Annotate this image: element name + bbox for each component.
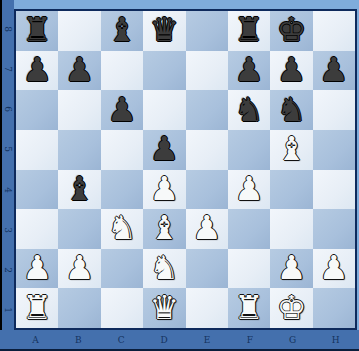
rank-label-7: 7 xyxy=(2,49,14,89)
square-e1[interactable] xyxy=(186,288,228,328)
square-e8[interactable] xyxy=(186,11,228,51)
square-f2[interactable] xyxy=(228,249,270,289)
square-d4[interactable]: ♟ xyxy=(143,170,185,210)
piece-white-pawn[interactable]: ♟ xyxy=(277,251,307,284)
chess-board: ♜♝♛♜♚♟♟♟♟♟♟♞♞♟♝♝♟♟♞♝♟♟♟♞♟♟♜♛♜♚ xyxy=(14,9,357,330)
square-f8[interactable]: ♜ xyxy=(228,11,270,51)
piece-white-pawn[interactable]: ♟ xyxy=(65,251,95,284)
square-g4[interactable] xyxy=(270,170,312,210)
square-b8[interactable] xyxy=(58,11,100,51)
piece-black-knight[interactable]: ♞ xyxy=(277,93,307,126)
square-d6[interactable] xyxy=(143,90,185,130)
square-a4[interactable] xyxy=(16,170,58,210)
file-label-a: A xyxy=(14,332,57,347)
piece-white-bishop[interactable]: ♝ xyxy=(150,211,180,244)
square-h6[interactable] xyxy=(313,90,355,130)
file-label-g: G xyxy=(271,332,314,347)
piece-black-pawn[interactable]: ♟ xyxy=(65,53,95,86)
square-h4[interactable] xyxy=(313,170,355,210)
square-d1[interactable]: ♛ xyxy=(143,288,185,328)
piece-white-knight[interactable]: ♞ xyxy=(107,211,137,244)
file-label-f: F xyxy=(228,332,271,347)
square-h8[interactable] xyxy=(313,11,355,51)
piece-black-rook[interactable]: ♜ xyxy=(234,13,264,46)
piece-black-pawn[interactable]: ♟ xyxy=(319,53,349,86)
square-b2[interactable]: ♟ xyxy=(58,249,100,289)
piece-black-king[interactable]: ♚ xyxy=(277,13,307,46)
square-f3[interactable] xyxy=(228,209,270,249)
file-label-b: B xyxy=(57,332,100,347)
piece-black-pawn[interactable]: ♟ xyxy=(150,132,180,165)
piece-black-queen[interactable]: ♛ xyxy=(150,13,180,46)
square-a7[interactable]: ♟ xyxy=(16,51,58,91)
square-a3[interactable] xyxy=(16,209,58,249)
square-f1[interactable]: ♜ xyxy=(228,288,270,328)
square-h5[interactable] xyxy=(313,130,355,170)
square-c2[interactable] xyxy=(101,249,143,289)
rank-labels: 87654321 xyxy=(2,9,14,330)
square-g7[interactable]: ♟ xyxy=(270,51,312,91)
rank-label-8: 8 xyxy=(2,9,14,49)
square-b3[interactable] xyxy=(58,209,100,249)
square-b7[interactable]: ♟ xyxy=(58,51,100,91)
square-f5[interactable] xyxy=(228,130,270,170)
square-h3[interactable] xyxy=(313,209,355,249)
rank-label-3: 3 xyxy=(2,210,14,250)
square-e5[interactable] xyxy=(186,130,228,170)
piece-white-bishop[interactable]: ♝ xyxy=(277,132,307,165)
piece-white-pawn[interactable]: ♟ xyxy=(234,172,264,205)
square-c5[interactable] xyxy=(101,130,143,170)
file-label-d: D xyxy=(143,332,186,347)
square-d5[interactable]: ♟ xyxy=(143,130,185,170)
piece-white-rook[interactable]: ♜ xyxy=(234,291,264,324)
piece-white-king[interactable]: ♚ xyxy=(277,291,307,324)
square-g8[interactable]: ♚ xyxy=(270,11,312,51)
square-b4[interactable]: ♝ xyxy=(58,170,100,210)
square-c8[interactable]: ♝ xyxy=(101,11,143,51)
square-a2[interactable]: ♟ xyxy=(16,249,58,289)
square-d8[interactable]: ♛ xyxy=(143,11,185,51)
square-a1[interactable]: ♜ xyxy=(16,288,58,328)
piece-white-pawn[interactable]: ♟ xyxy=(319,251,349,284)
square-e6[interactable] xyxy=(186,90,228,130)
file-label-c: C xyxy=(100,332,143,347)
square-e7[interactable] xyxy=(186,51,228,91)
square-d3[interactable]: ♝ xyxy=(143,209,185,249)
piece-white-pawn[interactable]: ♟ xyxy=(192,211,222,244)
rank-label-6: 6 xyxy=(2,89,14,129)
square-e2[interactable] xyxy=(186,249,228,289)
square-g5[interactable]: ♝ xyxy=(270,130,312,170)
square-b1[interactable] xyxy=(58,288,100,328)
square-c7[interactable] xyxy=(101,51,143,91)
piece-black-knight[interactable]: ♞ xyxy=(234,93,264,126)
square-e4[interactable] xyxy=(186,170,228,210)
square-a8[interactable]: ♜ xyxy=(16,11,58,51)
rank-label-1: 1 xyxy=(2,290,14,330)
square-e3[interactable]: ♟ xyxy=(186,209,228,249)
square-c1[interactable] xyxy=(101,288,143,328)
square-f4[interactable]: ♟ xyxy=(228,170,270,210)
piece-white-pawn[interactable]: ♟ xyxy=(22,251,52,284)
square-g2[interactable]: ♟ xyxy=(270,249,312,289)
piece-black-rook[interactable]: ♜ xyxy=(22,13,52,46)
piece-black-pawn[interactable]: ♟ xyxy=(277,53,307,86)
square-g1[interactable]: ♚ xyxy=(270,288,312,328)
square-d2[interactable]: ♞ xyxy=(143,249,185,289)
piece-black-bishop[interactable]: ♝ xyxy=(107,13,137,46)
piece-black-bishop[interactable]: ♝ xyxy=(65,172,95,205)
piece-white-queen[interactable]: ♛ xyxy=(150,291,180,324)
square-h1[interactable] xyxy=(313,288,355,328)
square-a5[interactable] xyxy=(16,130,58,170)
piece-black-pawn[interactable]: ♟ xyxy=(107,93,137,126)
file-labels: ABCDEFGH xyxy=(14,332,357,347)
piece-black-pawn[interactable]: ♟ xyxy=(234,53,264,86)
file-label-e: E xyxy=(186,332,229,347)
square-c6[interactable]: ♟ xyxy=(101,90,143,130)
square-c3[interactable]: ♞ xyxy=(101,209,143,249)
square-b5[interactable] xyxy=(58,130,100,170)
square-g3[interactable] xyxy=(270,209,312,249)
piece-white-rook[interactable]: ♜ xyxy=(22,291,52,324)
square-a6[interactable] xyxy=(16,90,58,130)
piece-white-pawn[interactable]: ♟ xyxy=(150,172,180,205)
square-f7[interactable]: ♟ xyxy=(228,51,270,91)
square-g6[interactable]: ♞ xyxy=(270,90,312,130)
square-c4[interactable] xyxy=(101,170,143,210)
rank-label-5: 5 xyxy=(2,129,14,169)
square-b6[interactable] xyxy=(58,90,100,130)
square-f6[interactable]: ♞ xyxy=(228,90,270,130)
square-h7[interactable]: ♟ xyxy=(313,51,355,91)
chess-board-screenshot: 87654321 ♜♝♛♜♚♟♟♟♟♟♟♞♞♟♝♝♟♟♞♝♟♟♟♞♟♟♜♛♜♚ … xyxy=(0,0,359,351)
piece-black-pawn[interactable]: ♟ xyxy=(22,53,52,86)
piece-white-knight[interactable]: ♞ xyxy=(150,251,180,284)
rank-label-4: 4 xyxy=(2,170,14,210)
rank-label-2: 2 xyxy=(2,250,14,290)
square-h2[interactable]: ♟ xyxy=(313,249,355,289)
file-label-h: H xyxy=(314,332,357,347)
square-d7[interactable] xyxy=(143,51,185,91)
